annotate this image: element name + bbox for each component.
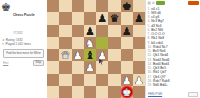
square-c8[interactable] bbox=[72, 0, 84, 12]
black-bishop-d4: ♝ bbox=[85, 49, 94, 61]
white-pawn-c4: ♟ bbox=[73, 49, 82, 61]
square-h1[interactable] bbox=[133, 86, 145, 98]
square-h5[interactable] bbox=[133, 37, 145, 49]
skip-button[interactable]: Skip bbox=[33, 60, 44, 66]
move-list-panel: ▤ ⚙ 1. e4 c52. Nf3 d63. c4 g64. Nc3 Bg75… bbox=[145, 0, 200, 98]
chess-training-page: ♚ Chess Puzzle #71182 ★ Rating: 1632 ↻ P… bbox=[0, 0, 200, 98]
black-king-g8: ♚ bbox=[122, 0, 131, 12]
square-g4[interactable] bbox=[121, 49, 133, 61]
square-a5[interactable] bbox=[47, 37, 59, 49]
square-h4[interactable] bbox=[133, 49, 145, 61]
white-pawn-e4: ♟ bbox=[97, 49, 106, 61]
black-pawn-e7: ♟ bbox=[97, 12, 106, 24]
logo-row: ♚ Chess Puzzle #71182 bbox=[0, 0, 47, 38]
square-d5[interactable]: ♞ bbox=[84, 37, 96, 49]
white-king-g1: ♚ bbox=[122, 86, 131, 98]
square-b5[interactable] bbox=[59, 37, 71, 49]
square-d8[interactable] bbox=[84, 0, 96, 12]
square-f4[interactable] bbox=[108, 49, 120, 61]
square-d3[interactable]: ♟ bbox=[84, 61, 96, 73]
move-list-footer: FEN PGN bbox=[146, 92, 200, 98]
square-f5[interactable] bbox=[108, 37, 120, 49]
chess-board[interactable]: ♚♟♛♟♟♟♞♛♟♝♟♟♟♟♚ bbox=[47, 0, 145, 98]
square-h7[interactable]: ♟ bbox=[133, 12, 145, 24]
square-c4[interactable]: ♟ bbox=[72, 49, 84, 61]
square-d7[interactable] bbox=[84, 12, 96, 24]
puzzle-play-count: Played 2,441 times bbox=[6, 43, 32, 46]
action-badge-orange[interactable] bbox=[188, 1, 199, 5]
square-f6[interactable] bbox=[108, 25, 120, 37]
move-list: 1. e4 c52. Nf3 d63. c4 g64. Nc3 Bg75. d3… bbox=[146, 6, 200, 87]
status-badge-green bbox=[156, 1, 165, 4]
square-d2[interactable] bbox=[84, 74, 96, 86]
square-b2[interactable] bbox=[59, 74, 71, 86]
square-h8[interactable] bbox=[133, 0, 145, 12]
square-a6[interactable] bbox=[47, 25, 59, 37]
black-queen-f7: ♛ bbox=[110, 12, 119, 24]
square-g3[interactable] bbox=[121, 61, 133, 73]
square-e7[interactable]: ♟ bbox=[96, 12, 108, 24]
white-pawn-g2: ♟ bbox=[122, 74, 131, 86]
hint-link[interactable]: Hint bbox=[3, 61, 8, 65]
square-h3[interactable] bbox=[133, 61, 145, 73]
square-c1[interactable] bbox=[72, 86, 84, 98]
square-c2[interactable] bbox=[72, 74, 84, 86]
square-g5[interactable] bbox=[121, 37, 133, 49]
square-h6[interactable] bbox=[133, 25, 145, 37]
black-pawn-h7: ♟ bbox=[134, 12, 143, 24]
square-e4[interactable]: ♟ bbox=[96, 49, 108, 61]
square-e6[interactable] bbox=[96, 25, 108, 37]
puzzle-title: Chess Puzzle bbox=[13, 13, 35, 17]
square-e2[interactable] bbox=[96, 74, 108, 86]
square-a7[interactable] bbox=[47, 12, 59, 24]
square-h2[interactable]: ♟ bbox=[133, 74, 145, 86]
white-knight-d5: ♞ bbox=[85, 37, 94, 49]
chess-king-logo-icon: ♚ bbox=[1, 1, 11, 13]
square-b4[interactable]: ♛ bbox=[59, 49, 71, 61]
square-f8[interactable] bbox=[108, 0, 120, 12]
instruction-box[interactable]: Find the best move for White bbox=[3, 49, 44, 58]
square-f3[interactable] bbox=[108, 61, 120, 73]
square-g8[interactable]: ♚ bbox=[121, 0, 133, 12]
puzzle-actions-row: Hint Skip bbox=[3, 60, 44, 66]
square-b1[interactable] bbox=[59, 86, 71, 98]
square-d4[interactable]: ♝ bbox=[84, 49, 96, 61]
footer-box[interactable] bbox=[188, 92, 198, 98]
square-a2[interactable] bbox=[47, 74, 59, 86]
square-b8[interactable] bbox=[59, 0, 71, 12]
square-g2[interactable]: ♟ bbox=[121, 74, 133, 86]
square-g6[interactable]: ♟ bbox=[121, 25, 133, 37]
square-e3[interactable] bbox=[96, 61, 108, 73]
square-c7[interactable] bbox=[72, 12, 84, 24]
square-c3[interactable] bbox=[72, 61, 84, 73]
square-f2[interactable] bbox=[108, 74, 120, 86]
square-e5[interactable] bbox=[96, 37, 108, 49]
flip-board-icon[interactable]: ▤ bbox=[148, 1, 151, 5]
square-a3[interactable] bbox=[47, 61, 59, 73]
square-c5[interactable] bbox=[72, 37, 84, 49]
square-d1[interactable] bbox=[84, 86, 96, 98]
square-b7[interactable] bbox=[59, 12, 71, 24]
gear-icon[interactable]: ⚙ bbox=[152, 1, 155, 5]
square-a8[interactable] bbox=[47, 0, 59, 12]
black-pawn-g6: ♟ bbox=[122, 25, 131, 37]
square-g7[interactable] bbox=[121, 12, 133, 24]
replay-icon: ↻ bbox=[2, 43, 5, 46]
move-row[interactable]: 19. Nd5 Bd4+ bbox=[148, 83, 199, 87]
square-e8[interactable] bbox=[96, 0, 108, 12]
square-e1[interactable] bbox=[96, 86, 108, 98]
export-links[interactable]: FEN PGN bbox=[148, 92, 162, 96]
square-f1[interactable] bbox=[108, 86, 120, 98]
puzzle-subtitle: #71182 bbox=[13, 31, 23, 35]
square-c6[interactable] bbox=[72, 25, 84, 37]
black-pawn-d6: ♟ bbox=[85, 25, 94, 37]
white-queen-b4: ♛ bbox=[61, 49, 70, 61]
square-g1[interactable]: ♚ bbox=[121, 86, 133, 98]
square-b6[interactable] bbox=[59, 25, 71, 37]
puzzle-info-panel: ♚ Chess Puzzle #71182 ★ Rating: 1632 ↻ P… bbox=[0, 0, 47, 98]
instruction-text: Find the best move for White bbox=[6, 52, 40, 55]
square-a1[interactable] bbox=[47, 86, 59, 98]
square-a4[interactable] bbox=[47, 49, 59, 61]
square-f7[interactable]: ♛ bbox=[108, 12, 120, 24]
white-pawn-h2: ♟ bbox=[134, 74, 143, 86]
square-d6[interactable]: ♟ bbox=[84, 25, 96, 37]
square-b3[interactable] bbox=[59, 61, 71, 73]
puzzle-plays-row: ↻ Played 2,441 times bbox=[2, 43, 47, 46]
white-pawn-d3: ♟ bbox=[85, 61, 94, 73]
